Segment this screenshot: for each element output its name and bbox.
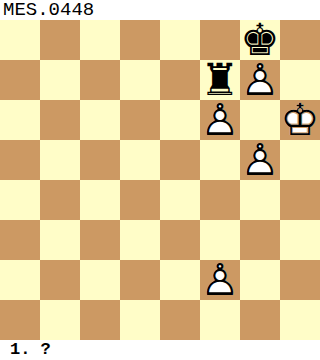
square-a5[interactable] xyxy=(0,140,40,180)
square-b6[interactable] xyxy=(40,100,80,140)
white-pawn: ♟♙ xyxy=(200,100,240,140)
white-pawn-outline: ♙ xyxy=(240,60,280,100)
square-h6[interactable]: ♚♔ xyxy=(280,100,320,140)
square-f5[interactable] xyxy=(200,140,240,180)
square-e8[interactable] xyxy=(160,20,200,60)
square-g5[interactable]: ♟♙ xyxy=(240,140,280,180)
square-h4[interactable] xyxy=(280,180,320,220)
square-b5[interactable] xyxy=(40,140,80,180)
square-a2[interactable] xyxy=(0,260,40,300)
square-e3[interactable] xyxy=(160,220,200,260)
square-c6[interactable] xyxy=(80,100,120,140)
square-h1[interactable] xyxy=(280,300,320,340)
square-e4[interactable] xyxy=(160,180,200,220)
square-a3[interactable] xyxy=(0,220,40,260)
square-c5[interactable] xyxy=(80,140,120,180)
white-pawn-outline: ♙ xyxy=(200,260,240,300)
white-pawn-outline: ♙ xyxy=(200,100,240,140)
square-d1[interactable] xyxy=(120,300,160,340)
square-g2[interactable] xyxy=(240,260,280,300)
chess-board: ♚♜♟♙♟♙♚♔♟♙♟♙ xyxy=(0,20,320,340)
square-f2[interactable]: ♟♙ xyxy=(200,260,240,300)
square-c4[interactable] xyxy=(80,180,120,220)
square-c1[interactable] xyxy=(80,300,120,340)
square-c7[interactable] xyxy=(80,60,120,100)
square-d7[interactable] xyxy=(120,60,160,100)
square-d2[interactable] xyxy=(120,260,160,300)
square-e1[interactable] xyxy=(160,300,200,340)
square-e2[interactable] xyxy=(160,260,200,300)
square-b2[interactable] xyxy=(40,260,80,300)
square-b3[interactable] xyxy=(40,220,80,260)
square-d4[interactable] xyxy=(120,180,160,220)
square-b1[interactable] xyxy=(40,300,80,340)
square-h8[interactable] xyxy=(280,20,320,60)
square-e5[interactable] xyxy=(160,140,200,180)
square-f1[interactable] xyxy=(200,300,240,340)
square-d5[interactable] xyxy=(120,140,160,180)
square-a1[interactable] xyxy=(0,300,40,340)
square-g1[interactable] xyxy=(240,300,280,340)
square-e6[interactable] xyxy=(160,100,200,140)
square-b7[interactable] xyxy=(40,60,80,100)
white-king: ♚♔ xyxy=(280,100,320,140)
square-g3[interactable] xyxy=(240,220,280,260)
square-c8[interactable] xyxy=(80,20,120,60)
square-h2[interactable] xyxy=(280,260,320,300)
square-a6[interactable] xyxy=(0,100,40,140)
square-c2[interactable] xyxy=(80,260,120,300)
white-pawn-outline: ♙ xyxy=(240,140,280,180)
white-pawn: ♟♙ xyxy=(240,140,280,180)
square-h5[interactable] xyxy=(280,140,320,180)
square-g7[interactable]: ♟♙ xyxy=(240,60,280,100)
square-a7[interactable] xyxy=(0,60,40,100)
square-e7[interactable] xyxy=(160,60,200,100)
square-f4[interactable] xyxy=(200,180,240,220)
square-d3[interactable] xyxy=(120,220,160,260)
square-b4[interactable] xyxy=(40,180,80,220)
square-b8[interactable] xyxy=(40,20,80,60)
white-pawn: ♟♙ xyxy=(240,60,280,100)
square-c3[interactable] xyxy=(80,220,120,260)
square-g4[interactable] xyxy=(240,180,280,220)
move-prompt: 1. ? xyxy=(10,340,51,360)
square-a8[interactable] xyxy=(0,20,40,60)
square-d6[interactable] xyxy=(120,100,160,140)
square-d8[interactable] xyxy=(120,20,160,60)
diagram-title: MES.0448 xyxy=(3,0,94,20)
square-h3[interactable] xyxy=(280,220,320,260)
square-f6[interactable]: ♟♙ xyxy=(200,100,240,140)
white-pawn: ♟♙ xyxy=(200,260,240,300)
white-king-outline: ♔ xyxy=(280,100,320,140)
square-a4[interactable] xyxy=(0,180,40,220)
